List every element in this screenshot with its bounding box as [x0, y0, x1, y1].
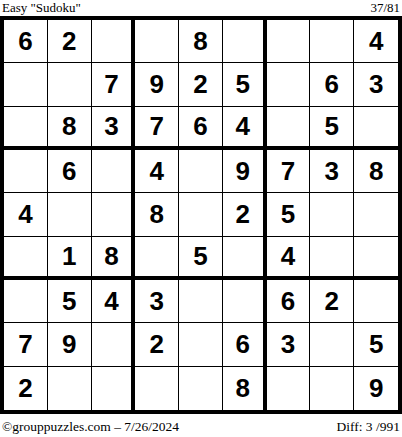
cell-r7c4[interactable]: 3	[135, 280, 179, 323]
cell-r1c4[interactable]	[135, 20, 179, 63]
cell-r3c5[interactable]: 6	[179, 107, 223, 150]
cell-r1c3[interactable]	[92, 20, 136, 63]
cell-r6c5[interactable]: 5	[179, 237, 223, 280]
cell-r6c8[interactable]	[310, 237, 354, 280]
cell-r8c5[interactable]	[179, 323, 223, 366]
cell-r2c5[interactable]: 2	[179, 63, 223, 106]
cell-r8c6[interactable]: 6	[223, 323, 267, 366]
cell-r1c5[interactable]: 8	[179, 20, 223, 63]
difficulty-text: Diff: 3 /991	[337, 419, 401, 434]
cell-r1c7[interactable]	[267, 20, 311, 63]
cell-r5c6[interactable]: 2	[223, 193, 267, 236]
cell-r6c9[interactable]	[354, 237, 398, 280]
cell-r1c1[interactable]: 6	[4, 20, 48, 63]
cell-r3c8[interactable]: 5	[310, 107, 354, 150]
cell-r7c7[interactable]: 6	[267, 280, 311, 323]
cell-r1c6[interactable]	[223, 20, 267, 63]
cell-r4c3[interactable]	[92, 150, 136, 193]
cell-r9c9[interactable]: 9	[354, 367, 398, 410]
cell-r5c9[interactable]	[354, 193, 398, 236]
cell-r4c6[interactable]: 9	[223, 150, 267, 193]
givens-counter: 37/81	[370, 1, 400, 15]
cell-r2c7[interactable]	[267, 63, 311, 106]
cell-r7c6[interactable]	[223, 280, 267, 323]
cell-r8c9[interactable]: 5	[354, 323, 398, 366]
cell-r2c4[interactable]: 9	[135, 63, 179, 106]
cell-r8c3[interactable]	[92, 323, 136, 366]
cell-r1c2[interactable]: 2	[48, 20, 92, 63]
cell-r3c7[interactable]	[267, 107, 311, 150]
sudoku-board: 6284792563837645649738482518545436279263…	[0, 16, 402, 414]
cell-r2c8[interactable]: 6	[310, 63, 354, 106]
cell-r5c7[interactable]: 5	[267, 193, 311, 236]
cell-r2c6[interactable]: 5	[223, 63, 267, 106]
cell-r4c7[interactable]: 7	[267, 150, 311, 193]
cell-r6c2[interactable]: 1	[48, 237, 92, 280]
cell-r2c2[interactable]	[48, 63, 92, 106]
cell-r4c5[interactable]	[179, 150, 223, 193]
cell-r9c5[interactable]	[179, 367, 223, 410]
cell-r9c3[interactable]	[92, 367, 136, 410]
cell-r5c2[interactable]	[48, 193, 92, 236]
cell-r6c3[interactable]: 8	[92, 237, 136, 280]
copyright-text: ©grouppuzzles.com – 7/26/2024	[2, 419, 179, 434]
cell-r5c8[interactable]	[310, 193, 354, 236]
cell-r3c6[interactable]: 4	[223, 107, 267, 150]
cell-r7c5[interactable]	[179, 280, 223, 323]
cell-r8c2[interactable]: 9	[48, 323, 92, 366]
cell-r2c9[interactable]: 3	[354, 63, 398, 106]
cell-r7c3[interactable]: 4	[92, 280, 136, 323]
cell-r2c1[interactable]	[4, 63, 48, 106]
cell-r5c1[interactable]: 4	[4, 193, 48, 236]
cell-r7c9[interactable]	[354, 280, 398, 323]
cell-r6c4[interactable]	[135, 237, 179, 280]
cell-r5c4[interactable]: 8	[135, 193, 179, 236]
cell-r5c3[interactable]	[92, 193, 136, 236]
cell-r4c2[interactable]: 6	[48, 150, 92, 193]
cell-r4c4[interactable]: 4	[135, 150, 179, 193]
cell-r3c9[interactable]	[354, 107, 398, 150]
cell-r8c1[interactable]: 7	[4, 323, 48, 366]
cell-r8c8[interactable]	[310, 323, 354, 366]
cell-r7c1[interactable]	[4, 280, 48, 323]
cell-r7c8[interactable]: 2	[310, 280, 354, 323]
cell-r4c8[interactable]: 3	[310, 150, 354, 193]
cell-r9c4[interactable]	[135, 367, 179, 410]
cell-r5c5[interactable]	[179, 193, 223, 236]
puzzle-title: Easy "Sudoku"	[2, 1, 81, 15]
page-footer: ©grouppuzzles.com – 7/26/2024 Diff: 3 /9…	[0, 419, 402, 434]
cell-r4c1[interactable]	[4, 150, 48, 193]
cell-r6c6[interactable]	[223, 237, 267, 280]
cell-r3c1[interactable]	[4, 107, 48, 150]
cell-r3c4[interactable]: 7	[135, 107, 179, 150]
cell-r3c3[interactable]: 3	[92, 107, 136, 150]
cell-r7c2[interactable]: 5	[48, 280, 92, 323]
cell-r3c2[interactable]: 8	[48, 107, 92, 150]
cell-r9c7[interactable]	[267, 367, 311, 410]
cell-r1c9[interactable]: 4	[354, 20, 398, 63]
cell-r9c1[interactable]: 2	[4, 367, 48, 410]
cell-r1c8[interactable]	[310, 20, 354, 63]
cell-r9c2[interactable]	[48, 367, 92, 410]
cell-r6c7[interactable]: 4	[267, 237, 311, 280]
cell-r9c6[interactable]: 8	[223, 367, 267, 410]
cell-r8c7[interactable]: 3	[267, 323, 311, 366]
page-header: Easy "Sudoku" 37/81	[0, 0, 402, 16]
cell-r6c1[interactable]	[4, 237, 48, 280]
cell-r8c4[interactable]: 2	[135, 323, 179, 366]
cell-r2c3[interactable]: 7	[92, 63, 136, 106]
cell-r4c9[interactable]: 8	[354, 150, 398, 193]
cell-r9c8[interactable]	[310, 367, 354, 410]
